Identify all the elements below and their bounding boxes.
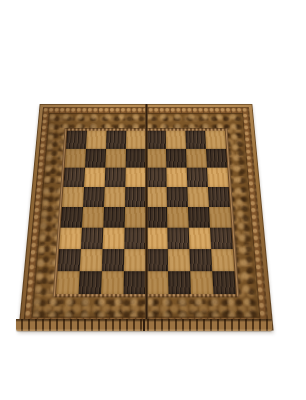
board-front-edge	[16, 319, 272, 331]
board-square-r2c1	[65, 149, 86, 168]
board-square-r8c6	[168, 271, 191, 294]
board-square-r8c7	[190, 271, 213, 294]
board-square-r7c1	[58, 249, 81, 271]
board-square-r8c8	[212, 271, 236, 294]
board-square-r7c6	[168, 249, 190, 271]
board-square-r3c2	[84, 168, 105, 187]
board-square-r4c7	[187, 187, 209, 207]
board-square-r1c8	[205, 131, 226, 149]
board-square-r8c4	[124, 271, 146, 294]
board-square-r2c4	[126, 149, 146, 168]
board-square-r1c3	[106, 131, 126, 149]
board-square-r3c6	[166, 168, 187, 187]
board-square-r8c3	[101, 271, 124, 294]
chessboard	[18, 104, 273, 331]
board-square-r2c8	[206, 149, 227, 168]
board-square-r4c3	[104, 187, 125, 207]
board-square-r3c1	[63, 168, 85, 187]
board-square-r5c3	[103, 207, 125, 228]
board-square-r4c5	[146, 187, 167, 207]
board-square-r4c6	[167, 187, 188, 207]
board-square-r2c6	[166, 149, 187, 168]
board-square-r3c3	[105, 168, 126, 187]
board-square-r5c8	[209, 207, 231, 228]
board-square-r6c7	[189, 228, 211, 249]
board-square-r1c5	[146, 131, 166, 149]
board-square-r5c1	[61, 207, 83, 228]
board-square-r7c2	[80, 249, 103, 271]
board-square-r7c7	[189, 249, 212, 271]
board-square-r5c5	[146, 207, 167, 228]
board-square-r6c6	[167, 228, 189, 249]
board-square-r1c6	[166, 131, 186, 149]
board-square-r3c7	[187, 168, 208, 187]
board-square-r2c7	[186, 149, 207, 168]
board-square-r8c1	[56, 271, 80, 294]
board-square-r2c5	[146, 149, 166, 168]
board-square-r8c2	[79, 271, 102, 294]
hinge-seam	[144, 104, 147, 331]
board-square-r7c5	[146, 249, 168, 271]
board-square-r6c8	[210, 228, 233, 249]
board-square-r4c8	[208, 187, 230, 207]
board-square-r3c8	[207, 168, 229, 187]
board-top-face	[18, 104, 273, 331]
board-square-r4c4	[125, 187, 146, 207]
board-square-r8c5	[146, 271, 168, 294]
board-square-r4c1	[62, 187, 84, 207]
front-edge-seam	[143, 319, 145, 331]
board-square-r5c4	[125, 207, 146, 228]
board-square-r5c7	[188, 207, 210, 228]
board-square-r3c5	[146, 168, 167, 187]
board-square-r4c2	[83, 187, 105, 207]
board-square-r5c2	[82, 207, 104, 228]
board-square-r1c2	[86, 131, 107, 149]
board-square-r3c4	[125, 168, 146, 187]
board-square-r6c2	[81, 228, 103, 249]
board-square-r6c1	[59, 228, 82, 249]
board-square-r6c3	[103, 228, 125, 249]
board-square-r1c7	[185, 131, 206, 149]
board-square-r7c8	[211, 249, 234, 271]
board-square-r6c5	[146, 228, 168, 249]
board-square-r1c4	[126, 131, 146, 149]
board-square-r2c2	[85, 149, 106, 168]
board-square-r7c4	[124, 249, 146, 271]
board-square-r7c3	[102, 249, 124, 271]
board-square-r1c1	[66, 131, 87, 149]
board-square-r6c4	[124, 228, 146, 249]
board-square-r2c3	[105, 149, 126, 168]
photo-background	[0, 0, 306, 400]
board-square-r5c6	[167, 207, 189, 228]
